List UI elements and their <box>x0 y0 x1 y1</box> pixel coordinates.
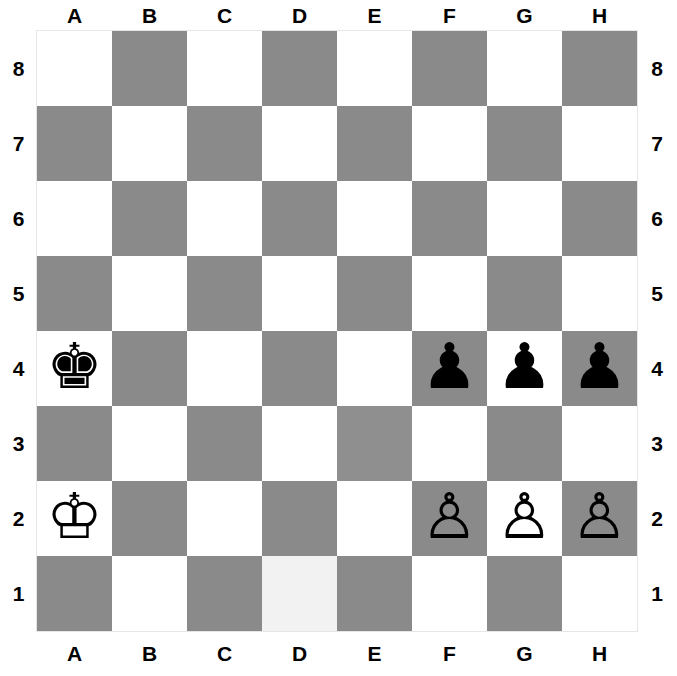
file-label-top-a: A <box>37 0 112 31</box>
square-d8[interactable] <box>262 31 337 106</box>
square-c6[interactable] <box>187 181 262 256</box>
rank-label-right-4: 4 <box>637 331 677 406</box>
square-b8[interactable] <box>112 31 187 106</box>
square-c2[interactable] <box>187 481 262 556</box>
square-f4[interactable]: ♟ <box>412 331 487 406</box>
file-label-top-c: C <box>187 0 262 31</box>
square-f7[interactable] <box>412 106 487 181</box>
square-c5[interactable] <box>187 256 262 331</box>
file-label-top-g: G <box>487 0 562 31</box>
square-h5[interactable] <box>562 256 637 331</box>
piece-white-pawn[interactable]: ♙ <box>571 485 627 548</box>
file-label-top-h: H <box>562 0 637 31</box>
square-a5[interactable] <box>37 256 112 331</box>
square-h2[interactable]: ♙ <box>562 481 637 556</box>
square-h7[interactable] <box>562 106 637 181</box>
square-a6[interactable] <box>37 181 112 256</box>
rank-label-right-2: 2 <box>637 481 677 556</box>
rank-label-left-5: 5 <box>0 256 37 331</box>
square-g5[interactable] <box>487 256 562 331</box>
square-f2[interactable]: ♙ <box>412 481 487 556</box>
square-g7[interactable] <box>487 106 562 181</box>
file-label-bottom-e: E <box>337 632 412 676</box>
file-label-bottom-h: H <box>562 632 637 676</box>
square-a8[interactable] <box>37 31 112 106</box>
square-g6[interactable] <box>487 181 562 256</box>
square-c8[interactable] <box>187 31 262 106</box>
square-g1[interactable] <box>487 556 562 631</box>
rank-label-right-5: 5 <box>637 256 677 331</box>
chess-board: ♚♟♟♟♔♙♙♙ <box>37 31 637 631</box>
rank-label-right-6: 6 <box>637 181 677 256</box>
square-d7[interactable] <box>262 106 337 181</box>
square-f8[interactable] <box>412 31 487 106</box>
rank-label-left-6: 6 <box>0 181 37 256</box>
square-h6[interactable] <box>562 181 637 256</box>
rank-label-right-8: 8 <box>637 31 677 106</box>
file-label-top-b: B <box>112 0 187 31</box>
file-label-bottom-b: B <box>112 632 187 676</box>
square-h3[interactable] <box>562 406 637 481</box>
rank-label-right-1: 1 <box>637 556 677 631</box>
rank-label-left-8: 8 <box>0 31 37 106</box>
square-b3[interactable] <box>112 406 187 481</box>
square-e2[interactable] <box>337 481 412 556</box>
file-label-top-f: F <box>412 0 487 31</box>
square-d1[interactable] <box>262 556 337 631</box>
piece-white-pawn[interactable]: ♙ <box>496 485 552 548</box>
square-h1[interactable] <box>562 556 637 631</box>
square-e4[interactable] <box>337 331 412 406</box>
file-label-bottom-d: D <box>262 632 337 676</box>
square-a2[interactable]: ♔ <box>37 481 112 556</box>
square-c7[interactable] <box>187 106 262 181</box>
file-label-top-e: E <box>337 0 412 31</box>
file-label-top-d: D <box>262 0 337 31</box>
file-label-bottom-a: A <box>37 632 112 676</box>
square-b6[interactable] <box>112 181 187 256</box>
rank-label-left-3: 3 <box>0 406 37 481</box>
square-b7[interactable] <box>112 106 187 181</box>
file-labels-bottom: ABCDEFGH <box>37 632 637 676</box>
rank-labels-right: 87654321 <box>637 31 677 631</box>
square-c1[interactable] <box>187 556 262 631</box>
square-d3[interactable] <box>262 406 337 481</box>
chess-diagram-page: ABCDEFGH 87654321 ♚♟♟♟♔♙♙♙ 87654321 ABCD… <box>0 0 677 676</box>
square-g2[interactable]: ♙ <box>487 481 562 556</box>
piece-black-pawn[interactable]: ♟ <box>571 335 627 398</box>
rank-label-left-2: 2 <box>0 481 37 556</box>
square-f5[interactable] <box>412 256 487 331</box>
file-labels-top: ABCDEFGH <box>37 0 637 31</box>
rank-label-left-1: 1 <box>0 556 37 631</box>
square-g4[interactable]: ♟ <box>487 331 562 406</box>
square-g3[interactable] <box>487 406 562 481</box>
square-f1[interactable] <box>412 556 487 631</box>
square-a7[interactable] <box>37 106 112 181</box>
square-d4[interactable] <box>262 331 337 406</box>
square-e3[interactable] <box>337 406 412 481</box>
square-e1[interactable] <box>337 556 412 631</box>
file-label-bottom-g: G <box>487 632 562 676</box>
square-e6[interactable] <box>337 181 412 256</box>
square-f6[interactable] <box>412 181 487 256</box>
square-e8[interactable] <box>337 31 412 106</box>
piece-black-king[interactable]: ♚ <box>46 335 102 398</box>
square-d5[interactable] <box>262 256 337 331</box>
square-h8[interactable] <box>562 31 637 106</box>
rank-labels-left: 87654321 <box>0 31 37 631</box>
rank-label-right-7: 7 <box>637 106 677 181</box>
piece-white-king[interactable]: ♔ <box>46 485 102 548</box>
rank-label-left-4: 4 <box>0 331 37 406</box>
square-b5[interactable] <box>112 256 187 331</box>
square-h4[interactable]: ♟ <box>562 331 637 406</box>
square-a4[interactable]: ♚ <box>37 331 112 406</box>
piece-white-pawn[interactable]: ♙ <box>421 485 477 548</box>
rank-label-right-3: 3 <box>637 406 677 481</box>
square-c3[interactable] <box>187 406 262 481</box>
square-d2[interactable] <box>262 481 337 556</box>
square-a1[interactable] <box>37 556 112 631</box>
square-b1[interactable] <box>112 556 187 631</box>
square-c4[interactable] <box>187 331 262 406</box>
square-a3[interactable] <box>37 406 112 481</box>
piece-black-pawn[interactable]: ♟ <box>496 335 552 398</box>
square-b4[interactable] <box>112 331 187 406</box>
piece-black-pawn[interactable]: ♟ <box>421 335 477 398</box>
square-e5[interactable] <box>337 256 412 331</box>
square-e7[interactable] <box>337 106 412 181</box>
rank-label-left-7: 7 <box>0 106 37 181</box>
square-b2[interactable] <box>112 481 187 556</box>
square-f3[interactable] <box>412 406 487 481</box>
square-g8[interactable] <box>487 31 562 106</box>
file-label-bottom-c: C <box>187 632 262 676</box>
square-d6[interactable] <box>262 181 337 256</box>
file-label-bottom-f: F <box>412 632 487 676</box>
